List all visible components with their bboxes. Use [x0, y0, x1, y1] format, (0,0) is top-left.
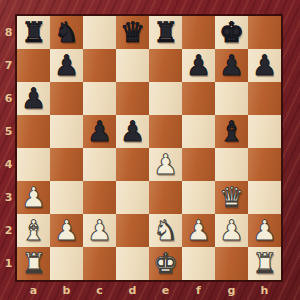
white-pawn[interactable]: ♟	[219, 214, 244, 247]
white-pawn[interactable]: ♟	[186, 214, 211, 247]
square-g3[interactable]: ♛	[215, 181, 248, 214]
square-a8[interactable]: ♜	[17, 16, 50, 49]
square-g7[interactable]: ♟	[215, 49, 248, 82]
file-label-c: c	[83, 281, 116, 299]
rank-label-8: 8	[0, 16, 17, 49]
square-e8[interactable]: ♜	[149, 16, 182, 49]
square-b1[interactable]	[50, 247, 83, 280]
rank-label-6: 6	[0, 82, 17, 115]
black-rook[interactable]: ♜	[21, 16, 46, 49]
square-b7[interactable]: ♟	[50, 49, 83, 82]
square-f2[interactable]: ♟	[182, 214, 215, 247]
square-g6[interactable]	[215, 82, 248, 115]
file-label-f: f	[182, 281, 215, 299]
square-e2[interactable]: ♞	[149, 214, 182, 247]
rank-label-1: 1	[0, 247, 17, 280]
square-g1[interactable]	[215, 247, 248, 280]
square-f7[interactable]: ♟	[182, 49, 215, 82]
square-f1[interactable]	[182, 247, 215, 280]
black-knight[interactable]: ♞	[54, 16, 79, 49]
file-label-b: b	[50, 281, 83, 299]
square-h8[interactable]	[248, 16, 281, 49]
file-label-h: h	[248, 281, 281, 299]
square-a4[interactable]	[17, 148, 50, 181]
square-d3[interactable]	[116, 181, 149, 214]
white-pawn[interactable]: ♟	[153, 148, 178, 181]
black-pawn[interactable]: ♟	[186, 49, 211, 82]
square-h3[interactable]	[248, 181, 281, 214]
square-a1[interactable]: ♜	[17, 247, 50, 280]
white-pawn[interactable]: ♟	[21, 181, 46, 214]
chess-board[interactable]: ♜♞♛♜♚♟♟♟♟♟♟♟♝♟♟♛♝♟♟♞♟♟♟♜♚♜	[17, 16, 281, 280]
square-g4[interactable]	[215, 148, 248, 181]
board-frame: 87654321 ♜♞♛♜♚♟♟♟♟♟♟♟♝♟♟♛♝♟♟♞♟♟♟♜♚♜ abcd…	[0, 0, 300, 300]
file-label-e: e	[149, 281, 182, 299]
black-pawn[interactable]: ♟	[120, 115, 145, 148]
square-f5[interactable]	[182, 115, 215, 148]
white-pawn[interactable]: ♟	[87, 214, 112, 247]
black-pawn[interactable]: ♟	[21, 82, 46, 115]
white-bishop[interactable]: ♝	[21, 214, 46, 247]
square-h7[interactable]: ♟	[248, 49, 281, 82]
rank-label-7: 7	[0, 49, 17, 82]
square-d5[interactable]: ♟	[116, 115, 149, 148]
square-h5[interactable]	[248, 115, 281, 148]
file-label-g: g	[215, 281, 248, 299]
black-pawn[interactable]: ♟	[252, 49, 277, 82]
square-e6[interactable]	[149, 82, 182, 115]
white-king[interactable]: ♚	[153, 247, 178, 280]
square-b2[interactable]: ♟	[50, 214, 83, 247]
square-f3[interactable]	[182, 181, 215, 214]
square-d1[interactable]	[116, 247, 149, 280]
square-c2[interactable]: ♟	[83, 214, 116, 247]
square-a3[interactable]: ♟	[17, 181, 50, 214]
square-e7[interactable]	[149, 49, 182, 82]
square-b6[interactable]	[50, 82, 83, 115]
square-g5[interactable]: ♝	[215, 115, 248, 148]
rank-label-5: 5	[0, 115, 17, 148]
file-label-a: a	[17, 281, 50, 299]
square-f8[interactable]	[182, 16, 215, 49]
white-pawn[interactable]: ♟	[252, 214, 277, 247]
black-queen[interactable]: ♛	[120, 16, 145, 49]
square-c5[interactable]: ♟	[83, 115, 116, 148]
square-c8[interactable]	[83, 16, 116, 49]
square-d4[interactable]	[116, 148, 149, 181]
white-rook[interactable]: ♜	[21, 247, 46, 280]
square-a2[interactable]: ♝	[17, 214, 50, 247]
square-h4[interactable]	[248, 148, 281, 181]
file-labels: abcdefgh	[17, 281, 281, 299]
rank-label-3: 3	[0, 181, 17, 214]
file-label-d: d	[116, 281, 149, 299]
rank-label-4: 4	[0, 148, 17, 181]
square-b8[interactable]: ♞	[50, 16, 83, 49]
square-b5[interactable]	[50, 115, 83, 148]
square-d2[interactable]	[116, 214, 149, 247]
square-a5[interactable]	[17, 115, 50, 148]
square-c1[interactable]	[83, 247, 116, 280]
square-a6[interactable]: ♟	[17, 82, 50, 115]
black-pawn[interactable]: ♟	[219, 49, 244, 82]
square-h2[interactable]: ♟	[248, 214, 281, 247]
black-bishop[interactable]: ♝	[219, 115, 244, 148]
square-e4[interactable]: ♟	[149, 148, 182, 181]
square-b4[interactable]	[50, 148, 83, 181]
square-f6[interactable]	[182, 82, 215, 115]
square-d6[interactable]	[116, 82, 149, 115]
black-king[interactable]: ♚	[219, 16, 244, 49]
square-c7[interactable]	[83, 49, 116, 82]
square-d8[interactable]: ♛	[116, 16, 149, 49]
square-e1[interactable]: ♚	[149, 247, 182, 280]
white-pawn[interactable]: ♟	[54, 214, 79, 247]
square-f4[interactable]	[182, 148, 215, 181]
white-knight[interactable]: ♞	[153, 214, 178, 247]
square-h1[interactable]: ♜	[248, 247, 281, 280]
square-c3[interactable]	[83, 181, 116, 214]
square-d7[interactable]	[116, 49, 149, 82]
black-rook[interactable]: ♜	[153, 16, 178, 49]
white-queen[interactable]: ♛	[219, 181, 244, 214]
square-a7[interactable]	[17, 49, 50, 82]
rank-label-2: 2	[0, 214, 17, 247]
black-pawn[interactable]: ♟	[87, 115, 112, 148]
square-e5[interactable]	[149, 115, 182, 148]
square-h6[interactable]	[248, 82, 281, 115]
square-g8[interactable]: ♚	[215, 16, 248, 49]
white-rook[interactable]: ♜	[252, 247, 277, 280]
square-g2[interactable]: ♟	[215, 214, 248, 247]
rank-labels: 87654321	[0, 16, 17, 280]
square-b3[interactable]	[50, 181, 83, 214]
square-e3[interactable]	[149, 181, 182, 214]
square-c4[interactable]	[83, 148, 116, 181]
square-c6[interactable]	[83, 82, 116, 115]
black-pawn[interactable]: ♟	[54, 49, 79, 82]
